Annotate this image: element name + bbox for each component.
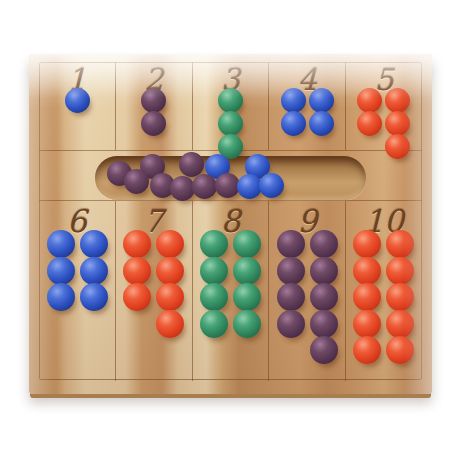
ball-red[interactable]	[386, 336, 414, 364]
ball-red[interactable]	[386, 310, 414, 338]
ball-blue[interactable]	[281, 111, 306, 136]
ball-green[interactable]	[200, 257, 228, 285]
board: 12345 678910	[29, 54, 432, 394]
ball-purple[interactable]	[170, 176, 195, 201]
ball-blue[interactable]	[47, 257, 75, 285]
ball-purple[interactable]	[179, 152, 204, 177]
ball-green[interactable]	[233, 283, 261, 311]
ball-green[interactable]	[233, 230, 261, 258]
ball-green[interactable]	[218, 88, 243, 113]
ball-blue[interactable]	[309, 88, 334, 113]
ball-green[interactable]	[233, 310, 261, 338]
ball-purple[interactable]	[215, 173, 240, 198]
ball-green[interactable]	[233, 257, 261, 285]
ball-red[interactable]	[123, 257, 151, 285]
ball-red[interactable]	[353, 336, 381, 364]
ball-green[interactable]	[200, 310, 228, 338]
ball-red[interactable]	[386, 257, 414, 285]
ball-red[interactable]	[357, 111, 382, 136]
ball-purple[interactable]	[310, 310, 338, 338]
ball-green[interactable]	[218, 111, 243, 136]
ball-blue[interactable]	[259, 173, 284, 198]
ball-purple[interactable]	[277, 257, 305, 285]
ball-red[interactable]	[386, 230, 414, 258]
ball-red[interactable]	[156, 310, 184, 338]
ball-purple[interactable]	[192, 174, 217, 199]
ball-green[interactable]	[200, 283, 228, 311]
ball-purple[interactable]	[141, 111, 166, 136]
ball-red[interactable]	[386, 283, 414, 311]
ball-red[interactable]	[353, 283, 381, 311]
ball-purple[interactable]	[277, 310, 305, 338]
ball-purple[interactable]	[277, 230, 305, 258]
ball-purple[interactable]	[310, 336, 338, 364]
ball-blue[interactable]	[309, 111, 334, 136]
ball-purple[interactable]	[141, 88, 166, 113]
page: 12345 678910	[0, 0, 460, 460]
ball-red[interactable]	[156, 257, 184, 285]
column-cell-5: 5	[345, 62, 422, 150]
ball-purple[interactable]	[310, 283, 338, 311]
ball-blue[interactable]	[47, 230, 75, 258]
ball-blue[interactable]	[65, 88, 90, 113]
ball-blue[interactable]	[80, 283, 108, 311]
ball-red[interactable]	[385, 134, 410, 159]
ball-red[interactable]	[385, 88, 410, 113]
ball-blue[interactable]	[237, 174, 262, 199]
ball-purple[interactable]	[310, 230, 338, 258]
column-number-4: 4	[269, 63, 345, 97]
ball-red[interactable]	[353, 310, 381, 338]
ball-red[interactable]	[353, 230, 381, 258]
ball-red[interactable]	[353, 257, 381, 285]
ball-blue[interactable]	[281, 88, 306, 113]
ball-green[interactable]	[200, 230, 228, 258]
column-number-5: 5	[346, 63, 422, 97]
ball-purple[interactable]	[124, 169, 149, 194]
ball-purple[interactable]	[277, 283, 305, 311]
column-cell-4: 4	[268, 62, 345, 150]
ball-red[interactable]	[357, 88, 382, 113]
ball-red[interactable]	[385, 111, 410, 136]
ball-purple[interactable]	[310, 257, 338, 285]
ball-blue[interactable]	[80, 257, 108, 285]
ball-blue[interactable]	[80, 230, 108, 258]
ball-blue[interactable]	[47, 283, 75, 311]
